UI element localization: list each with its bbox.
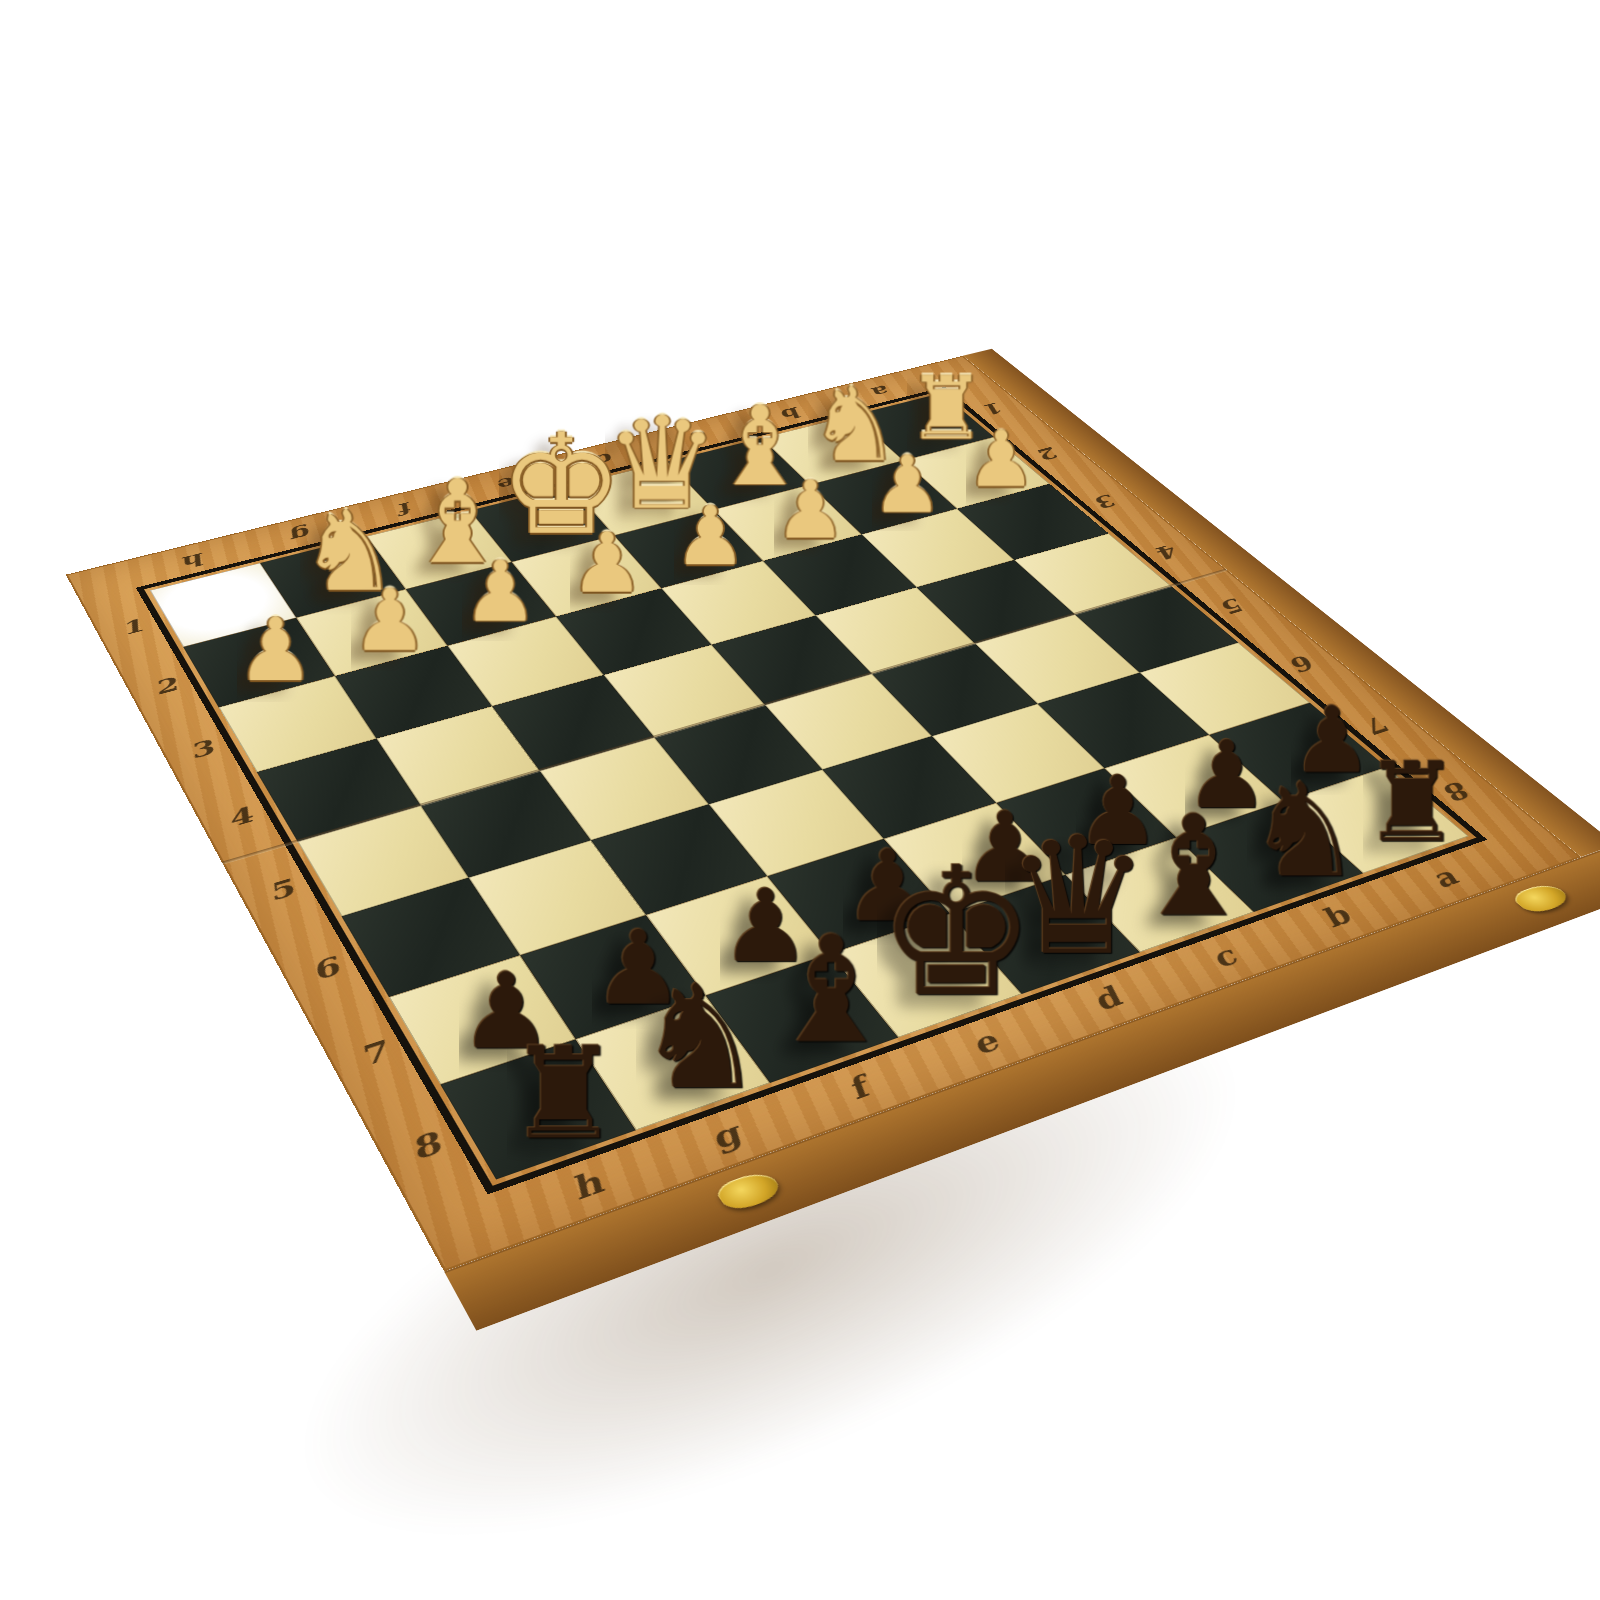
- square-h4[interactable]: [257, 739, 421, 842]
- label-rank-left-5: 5: [261, 874, 299, 905]
- black-knight-b8[interactable]: ♞: [1247, 774, 1363, 888]
- label-rank-right-2: 2: [1031, 443, 1066, 462]
- product-photo-page: { "game": "chess", "position": { "fen": …: [0, 0, 1600, 1600]
- label-rank-right-4: 4: [1149, 541, 1187, 563]
- white-pawn-a2[interactable]: ♟: [966, 425, 1036, 493]
- label-rank-left-7: 7: [352, 1035, 394, 1072]
- board-frame: 12345678 hgfedcba 12345678 hgfedcba ♞♝♚♛…: [66, 356, 1581, 1272]
- white-pawn-f2[interactable]: ♟: [462, 554, 538, 628]
- black-rook-h8[interactable]: ♜: [507, 1038, 621, 1150]
- label-rank-left-4: 4: [221, 803, 257, 832]
- label-rank-right-6: 6: [1283, 651, 1324, 676]
- label-rank-right-3: 3: [1088, 490, 1124, 510]
- label-file-bottom-e: e: [961, 1025, 1006, 1061]
- label-rank-left-1: 1: [116, 615, 148, 639]
- white-pawn-g2[interactable]: ♟: [351, 582, 428, 657]
- scene: 12345678 hgfedcba 12345678 hgfedcba ♞♝♚♛…: [0, 0, 1600, 1600]
- label-rank-left-2: 2: [149, 673, 182, 698]
- gold-latch-icon: [1508, 881, 1573, 916]
- white-pawn-c2[interactable]: ♟: [774, 474, 846, 545]
- black-knight-g8[interactable]: ♞: [636, 975, 765, 1101]
- label-file-bottom-c: c: [1200, 941, 1245, 974]
- white-pawn-b2[interactable]: ♟: [872, 449, 943, 519]
- black-rook-a8[interactable]: ♜: [1363, 754, 1462, 851]
- black-bishop-f8[interactable]: ♝: [765, 925, 898, 1055]
- label-rank-right-5: 5: [1214, 594, 1253, 617]
- label-file-bottom-g: g: [701, 1116, 748, 1156]
- white-pawn-h2[interactable]: ♟: [236, 612, 314, 689]
- label-file-bottom-d: d: [1082, 981, 1129, 1016]
- label-rank-left-6: 6: [305, 952, 345, 986]
- gold-latch-icon: [712, 1168, 785, 1214]
- label-rank-left-8: 8: [403, 1126, 447, 1166]
- label-file-top-h: h: [179, 549, 211, 571]
- chess-board-3d: 12345678 hgfedcba 12345678 hgfedcba ♞♝♚♛…: [66, 356, 1581, 1272]
- black-king-e8[interactable]: ♚: [878, 855, 1037, 1011]
- label-file-bottom-b: b: [1311, 900, 1359, 932]
- white-pawn-e2[interactable]: ♟: [570, 527, 644, 600]
- label-rank-left-3: 3: [183, 736, 218, 763]
- label-file-bottom-f: f: [838, 1071, 876, 1106]
- label-file-bottom-h: h: [562, 1165, 610, 1207]
- label-file-bottom-a: a: [1420, 862, 1466, 893]
- white-pawn-d2[interactable]: ♟: [674, 500, 747, 572]
